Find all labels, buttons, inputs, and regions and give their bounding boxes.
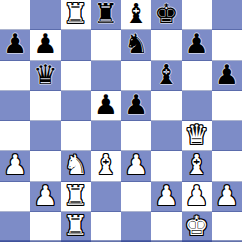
square-f5[interactable] [151, 91, 181, 121]
piece-white-bishop[interactable]: ♝ [185, 150, 209, 180]
square-b3[interactable] [30, 151, 60, 181]
square-d1[interactable] [91, 212, 121, 242]
square-e2[interactable] [121, 182, 151, 212]
square-e5[interactable]: ♟ [121, 91, 151, 121]
square-b2[interactable]: ♟ [30, 182, 60, 212]
square-a8[interactable] [0, 0, 30, 30]
square-b4[interactable] [30, 121, 60, 151]
square-a4[interactable] [0, 121, 30, 151]
square-e7[interactable]: ♞ [121, 30, 151, 60]
piece-black-bishop[interactable]: ♝ [154, 60, 178, 90]
square-g3[interactable]: ♝ [182, 151, 212, 181]
square-h6[interactable]: ♟ [212, 61, 242, 91]
square-b6[interactable]: ♛ [30, 61, 60, 91]
piece-black-rook[interactable]: ♜ [94, 0, 118, 29]
square-e4[interactable] [121, 121, 151, 151]
square-f3[interactable] [151, 151, 181, 181]
square-a2[interactable] [0, 182, 30, 212]
square-g5[interactable] [182, 91, 212, 121]
square-g4[interactable]: ♛ [182, 121, 212, 151]
square-c7[interactable] [61, 30, 91, 60]
square-d2[interactable] [91, 182, 121, 212]
square-e8[interactable]: ♝ [121, 0, 151, 30]
square-f4[interactable] [151, 121, 181, 151]
square-g2[interactable]: ♟ [182, 182, 212, 212]
square-a7[interactable]: ♟ [0, 30, 30, 60]
piece-black-king[interactable]: ♚ [154, 0, 178, 29]
piece-white-pawn[interactable]: ♟ [33, 181, 57, 211]
piece-white-pawn[interactable]: ♟ [215, 181, 239, 211]
square-c4[interactable] [61, 121, 91, 151]
piece-white-rook[interactable]: ♜ [64, 0, 88, 29]
square-f1[interactable] [151, 212, 181, 242]
square-c6[interactable] [61, 61, 91, 91]
piece-white-pawn[interactable]: ♟ [3, 150, 27, 180]
square-h4[interactable] [212, 121, 242, 151]
square-b1[interactable] [30, 212, 60, 242]
square-f6[interactable]: ♝ [151, 61, 181, 91]
square-a6[interactable] [0, 61, 30, 91]
square-h5[interactable] [212, 91, 242, 121]
piece-black-queen[interactable]: ♛ [33, 60, 57, 90]
square-c3[interactable]: ♞ [61, 151, 91, 181]
piece-black-pawn[interactable]: ♟ [215, 60, 239, 90]
piece-white-bishop[interactable]: ♝ [94, 150, 118, 180]
square-a5[interactable] [0, 91, 30, 121]
piece-black-pawn[interactable]: ♟ [33, 29, 57, 59]
piece-white-pawn[interactable]: ♟ [154, 181, 178, 211]
square-c5[interactable] [61, 91, 91, 121]
square-h1[interactable] [212, 212, 242, 242]
piece-white-pawn[interactable]: ♟ [124, 150, 148, 180]
square-h7[interactable] [212, 30, 242, 60]
square-d8[interactable]: ♜ [91, 0, 121, 30]
square-c1[interactable]: ♜ [61, 212, 91, 242]
chess-board: ♜♜♝♚♟♟♞♟♛♝♟♟♟♛♟♞♝♟♝♟♜♟♟♟♜♚ [0, 0, 242, 242]
square-b7[interactable]: ♟ [30, 30, 60, 60]
piece-white-queen[interactable]: ♛ [185, 120, 209, 150]
square-d5[interactable]: ♟ [91, 91, 121, 121]
square-h2[interactable]: ♟ [212, 182, 242, 212]
square-g1[interactable]: ♚ [182, 212, 212, 242]
square-g8[interactable] [182, 0, 212, 30]
square-a1[interactable] [0, 212, 30, 242]
square-h3[interactable] [212, 151, 242, 181]
piece-white-king[interactable]: ♚ [185, 211, 209, 241]
square-f8[interactable]: ♚ [151, 0, 181, 30]
square-d3[interactable]: ♝ [91, 151, 121, 181]
square-b5[interactable] [30, 91, 60, 121]
square-c8[interactable]: ♜ [61, 0, 91, 30]
square-g6[interactable] [182, 61, 212, 91]
square-a3[interactable]: ♟ [0, 151, 30, 181]
square-d4[interactable] [91, 121, 121, 151]
piece-black-pawn[interactable]: ♟ [3, 29, 27, 59]
square-f7[interactable] [151, 30, 181, 60]
piece-white-pawn[interactable]: ♟ [185, 181, 209, 211]
piece-black-knight[interactable]: ♞ [124, 29, 148, 59]
piece-black-pawn[interactable]: ♟ [185, 29, 209, 59]
square-b8[interactable] [30, 0, 60, 30]
square-e6[interactable] [121, 61, 151, 91]
square-f2[interactable]: ♟ [151, 182, 181, 212]
square-d7[interactable] [91, 30, 121, 60]
piece-black-pawn[interactable]: ♟ [94, 90, 118, 120]
square-h8[interactable] [212, 0, 242, 30]
square-e1[interactable] [121, 212, 151, 242]
square-c2[interactable]: ♜ [61, 182, 91, 212]
piece-white-rook[interactable]: ♜ [64, 211, 88, 241]
square-g7[interactable]: ♟ [182, 30, 212, 60]
piece-white-rook[interactable]: ♜ [64, 181, 88, 211]
piece-black-pawn[interactable]: ♟ [124, 90, 148, 120]
square-d6[interactable] [91, 61, 121, 91]
piece-white-knight[interactable]: ♞ [64, 150, 88, 180]
square-e3[interactable]: ♟ [121, 151, 151, 181]
piece-black-bishop[interactable]: ♝ [124, 0, 148, 29]
